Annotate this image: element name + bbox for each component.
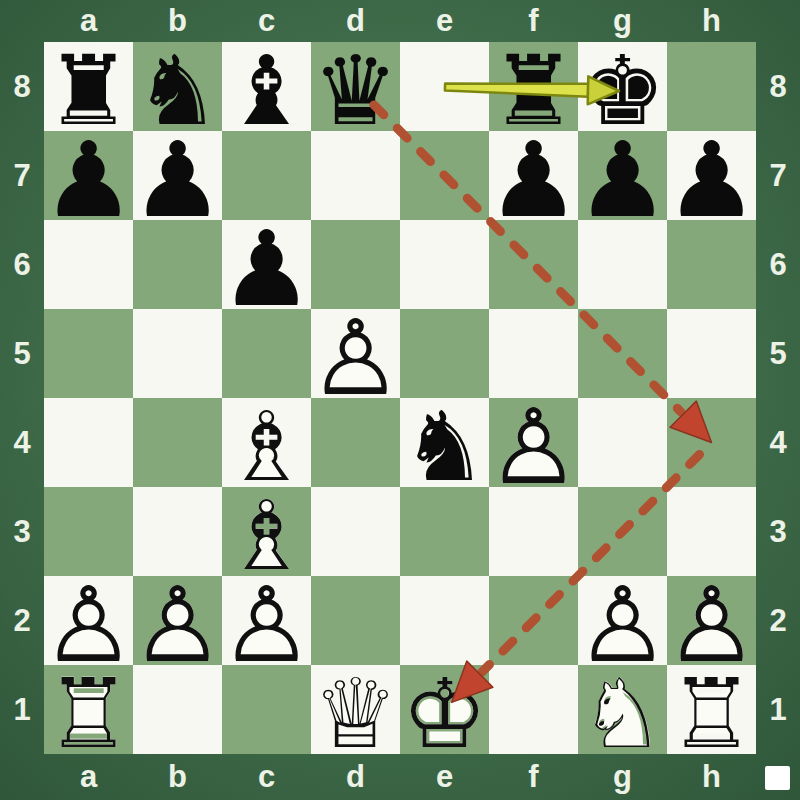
piece-white-king-e1[interactable]: ♚♔: [400, 665, 489, 754]
rank-label-left-2: 2: [0, 576, 44, 665]
chess-board-diagram: ♜♞♝♛♜♚♟♟♟♟♟♟♟♙♝♗♞♟♙♝♗♟♙♟♙♟♙♟♙♟♙♜♖♛♕♚♔♞♘♜…: [0, 0, 800, 800]
piece-black-rook-f8[interactable]: ♜: [489, 42, 578, 131]
rank-label-right-7: 7: [756, 131, 800, 220]
file-label-top-g: g: [578, 0, 667, 42]
piece-black-pawn-a7[interactable]: ♟: [44, 131, 133, 220]
file-label-bottom-c: c: [222, 754, 311, 800]
square-b3[interactable]: [133, 487, 222, 576]
white-rook-glyph-outline: ♖: [667, 669, 756, 758]
square-f7[interactable]: ♟: [489, 131, 578, 220]
rank-label-right-4: 4: [756, 398, 800, 487]
square-e4[interactable]: ♞: [400, 398, 489, 487]
piece-white-bishop-c4[interactable]: ♝♗: [222, 398, 311, 487]
file-labels-bottom: abcdefgh: [44, 754, 756, 800]
white-pawn-glyph-outline: ♙: [44, 580, 133, 669]
file-label-top-e: e: [400, 0, 489, 42]
piece-black-bishop-c8[interactable]: ♝: [222, 42, 311, 131]
piece-white-rook-a1[interactable]: ♜♖: [44, 665, 133, 754]
square-a4[interactable]: [44, 398, 133, 487]
piece-black-queen-d8[interactable]: ♛: [311, 42, 400, 131]
piece-black-pawn-h7[interactable]: ♟: [667, 131, 756, 220]
square-h1[interactable]: ♜♖: [667, 665, 756, 754]
white-king-glyph-outline: ♔: [400, 669, 489, 758]
black-pawn-glyph: ♟: [489, 135, 578, 224]
square-c1[interactable]: [222, 665, 311, 754]
square-g3[interactable]: [578, 487, 667, 576]
piece-white-pawn-d5[interactable]: ♟♙: [311, 309, 400, 398]
square-d1[interactable]: ♛♕: [311, 665, 400, 754]
square-g7[interactable]: ♟: [578, 131, 667, 220]
square-g4[interactable]: [578, 398, 667, 487]
file-label-top-a: a: [44, 0, 133, 42]
square-f2[interactable]: [489, 576, 578, 665]
square-a5[interactable]: [44, 309, 133, 398]
square-a7[interactable]: ♟: [44, 131, 133, 220]
file-label-bottom-h: h: [667, 754, 756, 800]
file-label-bottom-e: e: [400, 754, 489, 800]
square-e3[interactable]: [400, 487, 489, 576]
file-label-bottom-b: b: [133, 754, 222, 800]
square-h4[interactable]: [667, 398, 756, 487]
piece-white-pawn-g2[interactable]: ♟♙: [578, 576, 667, 665]
white-pawn-glyph-outline: ♙: [133, 580, 222, 669]
square-a6[interactable]: [44, 220, 133, 309]
rank-label-right-6: 6: [756, 220, 800, 309]
square-h8[interactable]: [667, 42, 756, 131]
square-b7[interactable]: ♟: [133, 131, 222, 220]
white-pawn-glyph-outline: ♙: [311, 313, 400, 402]
black-queen-glyph: ♛: [311, 46, 400, 135]
square-b6[interactable]: [133, 220, 222, 309]
rank-label-left-6: 6: [0, 220, 44, 309]
piece-black-king-g8[interactable]: ♚: [578, 42, 667, 131]
file-label-top-c: c: [222, 0, 311, 42]
square-f5[interactable]: [489, 309, 578, 398]
file-label-top-f: f: [489, 0, 578, 42]
file-label-top-b: b: [133, 0, 222, 42]
square-a2[interactable]: ♟♙: [44, 576, 133, 665]
white-rook-glyph-outline: ♖: [44, 669, 133, 758]
rank-label-right-8: 8: [756, 42, 800, 131]
piece-white-pawn-f4[interactable]: ♟♙: [489, 398, 578, 487]
rank-label-left-5: 5: [0, 309, 44, 398]
file-label-bottom-a: a: [44, 754, 133, 800]
square-h7[interactable]: ♟: [667, 131, 756, 220]
square-e6[interactable]: [400, 220, 489, 309]
white-pawn-glyph-outline: ♙: [222, 580, 311, 669]
square-d6[interactable]: [311, 220, 400, 309]
rank-label-right-3: 3: [756, 487, 800, 576]
square-f6[interactable]: [489, 220, 578, 309]
square-e1[interactable]: ♚♔: [400, 665, 489, 754]
square-h3[interactable]: [667, 487, 756, 576]
rank-labels-left: 87654321: [0, 42, 44, 754]
square-a1[interactable]: ♜♖: [44, 665, 133, 754]
square-f1[interactable]: [489, 665, 578, 754]
file-label-bottom-f: f: [489, 754, 578, 800]
piece-black-knight-e4[interactable]: ♞: [400, 398, 489, 487]
square-e5[interactable]: [400, 309, 489, 398]
square-c3[interactable]: ♝♗: [222, 487, 311, 576]
square-b5[interactable]: [133, 309, 222, 398]
square-g5[interactable]: [578, 309, 667, 398]
square-b2[interactable]: ♟♙: [133, 576, 222, 665]
rank-label-right-2: 2: [756, 576, 800, 665]
rank-labels-right: 87654321: [756, 42, 800, 754]
square-c5[interactable]: [222, 309, 311, 398]
square-f3[interactable]: [489, 487, 578, 576]
black-pawn-glyph: ♟: [133, 135, 222, 224]
square-d3[interactable]: [311, 487, 400, 576]
piece-black-pawn-f7[interactable]: ♟: [489, 131, 578, 220]
file-labels-top: abcdefgh: [44, 0, 756, 42]
piece-white-bishop-c3[interactable]: ♝♗: [222, 487, 311, 576]
square-g6[interactable]: [578, 220, 667, 309]
piece-black-pawn-c6[interactable]: ♟: [222, 220, 311, 309]
piece-white-queen-d1[interactable]: ♛♕: [311, 665, 400, 754]
square-h6[interactable]: [667, 220, 756, 309]
piece-white-knight-g1[interactable]: ♞♘: [578, 665, 667, 754]
square-c4[interactable]: ♝♗: [222, 398, 311, 487]
square-g1[interactable]: ♞♘: [578, 665, 667, 754]
square-d5[interactable]: ♟♙: [311, 309, 400, 398]
board-grid: ♜♞♝♛♜♚♟♟♟♟♟♟♟♙♝♗♞♟♙♝♗♟♙♟♙♟♙♟♙♟♙♜♖♛♕♚♔♞♘♜…: [44, 42, 756, 754]
piece-white-rook-h1[interactable]: ♜♖: [667, 665, 756, 754]
piece-black-pawn-g7[interactable]: ♟: [578, 131, 667, 220]
rank-label-left-1: 1: [0, 665, 44, 754]
white-queen-glyph-outline: ♕: [311, 669, 400, 758]
black-pawn-glyph: ♟: [667, 135, 756, 224]
square-f4[interactable]: ♟♙: [489, 398, 578, 487]
square-b4[interactable]: [133, 398, 222, 487]
square-c8[interactable]: ♝: [222, 42, 311, 131]
file-label-bottom-d: d: [311, 754, 400, 800]
square-e7[interactable]: [400, 131, 489, 220]
square-e8[interactable]: [400, 42, 489, 131]
square-d7[interactable]: [311, 131, 400, 220]
piece-white-pawn-c2[interactable]: ♟♙: [222, 576, 311, 665]
square-a8[interactable]: ♜: [44, 42, 133, 131]
rank-label-right-1: 1: [756, 665, 800, 754]
file-label-top-h: h: [667, 0, 756, 42]
rank-label-left-4: 4: [0, 398, 44, 487]
black-pawn-glyph: ♟: [222, 224, 311, 313]
square-d2[interactable]: [311, 576, 400, 665]
square-e2[interactable]: [400, 576, 489, 665]
piece-white-pawn-a2[interactable]: ♟♙: [44, 576, 133, 665]
file-label-top-d: d: [311, 0, 400, 42]
rank-label-right-5: 5: [756, 309, 800, 398]
piece-black-rook-a8[interactable]: ♜: [44, 42, 133, 131]
black-knight-glyph: ♞: [400, 402, 489, 491]
piece-white-pawn-h2[interactable]: ♟♙: [667, 576, 756, 665]
black-pawn-glyph: ♟: [44, 135, 133, 224]
rank-label-left-7: 7: [0, 131, 44, 220]
piece-black-knight-b8[interactable]: ♞: [133, 42, 222, 131]
side-to-move-indicator: [765, 766, 790, 790]
black-bishop-glyph: ♝: [222, 46, 311, 135]
square-f8[interactable]: ♜: [489, 42, 578, 131]
square-g8[interactable]: ♚: [578, 42, 667, 131]
white-pawn-glyph-outline: ♙: [667, 580, 756, 669]
square-a3[interactable]: [44, 487, 133, 576]
piece-black-pawn-b7[interactable]: ♟: [133, 131, 222, 220]
square-c2[interactable]: ♟♙: [222, 576, 311, 665]
square-d4[interactable]: [311, 398, 400, 487]
square-d8[interactable]: ♛: [311, 42, 400, 131]
square-b8[interactable]: ♞: [133, 42, 222, 131]
file-label-bottom-g: g: [578, 754, 667, 800]
square-c6[interactable]: ♟: [222, 220, 311, 309]
black-pawn-glyph: ♟: [578, 135, 667, 224]
white-bishop-glyph-outline: ♗: [222, 402, 311, 491]
square-h2[interactable]: ♟♙: [667, 576, 756, 665]
square-c7[interactable]: [222, 131, 311, 220]
white-pawn-glyph-outline: ♙: [489, 402, 578, 491]
square-b1[interactable]: [133, 665, 222, 754]
square-h5[interactable]: [667, 309, 756, 398]
white-pawn-glyph-outline: ♙: [578, 580, 667, 669]
square-g2[interactable]: ♟♙: [578, 576, 667, 665]
piece-white-pawn-b2[interactable]: ♟♙: [133, 576, 222, 665]
rank-label-left-8: 8: [0, 42, 44, 131]
white-knight-glyph-outline: ♘: [578, 669, 667, 758]
rank-label-left-3: 3: [0, 487, 44, 576]
